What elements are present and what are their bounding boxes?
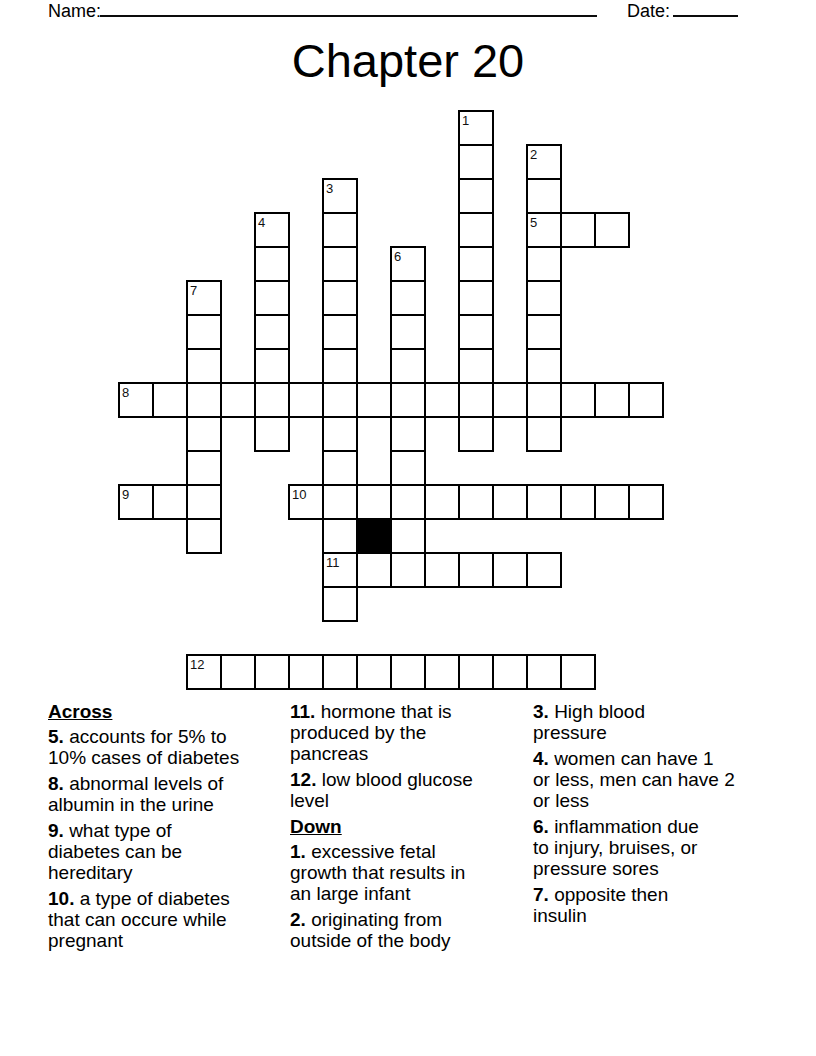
grid-cell[interactable] [322,484,358,520]
grid-cell[interactable] [322,450,358,486]
grid-cell[interactable] [526,416,562,452]
clue-number: 11. [290,701,315,722]
grid-cell[interactable] [220,654,256,690]
grid-cell[interactable] [594,484,630,520]
grid-cell[interactable] [424,382,460,418]
grid-cell[interactable] [390,654,426,690]
grid-cell[interactable] [526,348,562,384]
grid-cell[interactable] [322,416,358,452]
clue-number: 8. [48,773,64,794]
grid-cell[interactable] [186,450,222,486]
grid-cell[interactable] [458,246,494,282]
crossword-grid: 123456789101112 [118,110,664,690]
grid-cell[interactable] [322,382,358,418]
grid-cell[interactable] [560,382,596,418]
grid-cell[interactable] [254,280,290,316]
grid-cell[interactable] [390,416,426,452]
grid-cell[interactable] [458,348,494,384]
grid-cell[interactable] [492,382,528,418]
grid-cell[interactable] [288,654,324,690]
clue-number: 10. [48,888,74,909]
grid-cell[interactable] [186,416,222,452]
clue-item: 1. excessive fetal growth that results i… [290,841,518,904]
grid-cell[interactable] [356,382,392,418]
grid-cell[interactable] [322,586,358,622]
grid-cell[interactable] [118,484,154,520]
grid-cell[interactable] [254,416,290,452]
grid-cell[interactable] [628,382,664,418]
clue-number: 4. [533,748,549,769]
grid-cell[interactable] [594,212,630,248]
name-label: Name: [48,1,101,22]
grid-cell[interactable] [526,212,562,248]
clue-item: 9. what type of diabetes can be heredita… [48,820,270,883]
clue-item: 5. accounts for 5% to 10% cases of diabe… [48,726,270,768]
grid-cell[interactable] [390,518,426,554]
grid-cell[interactable] [458,314,494,350]
clue-number: 3. [533,701,549,722]
clue-list-heading: Across [48,701,270,722]
grid-cell[interactable] [118,382,154,418]
grid-cell[interactable] [220,382,256,418]
grid-cell[interactable] [594,382,630,418]
grid-cell[interactable] [458,552,494,588]
grid-cell[interactable] [186,382,222,418]
grid-cell[interactable] [254,382,290,418]
grid-cell[interactable] [526,314,562,350]
clue-number: 5. [48,726,64,747]
grid-cell[interactable] [186,654,222,690]
name-field-line[interactable] [100,15,597,17]
grid-cell[interactable] [390,246,426,282]
grid-cell[interactable] [254,314,290,350]
grid-cell[interactable] [186,348,222,384]
grid-cell[interactable] [322,314,358,350]
grid-cell[interactable] [322,348,358,384]
page-title: Chapter 20 [0,33,816,88]
grid-cell[interactable] [322,552,358,588]
grid-cell[interactable] [322,212,358,248]
grid-cell[interactable] [424,654,460,690]
grid-cell[interactable] [526,144,562,180]
grid-cell[interactable] [560,484,596,520]
grid-cell[interactable] [288,382,324,418]
grid-cell[interactable] [254,654,290,690]
date-field-line[interactable] [673,15,738,17]
grid-cell[interactable] [356,552,392,588]
grid-cell[interactable] [390,484,426,520]
grid-cell[interactable] [390,552,426,588]
grid-cell[interactable] [526,654,562,690]
grid-cell[interactable] [526,178,562,214]
clue-item: 6. inflammation due to injury, bruises, … [533,816,771,879]
grid-cell[interactable] [458,416,494,452]
grid-cell[interactable] [322,518,358,554]
grid-cell[interactable] [356,484,392,520]
grid-cell[interactable] [390,348,426,384]
grid-cell[interactable] [322,246,358,282]
grid-cell[interactable] [458,212,494,248]
clue-number: 1. [290,841,306,862]
clue-column-2: 11. hormone that is produced by the panc… [290,701,518,956]
grid-cell[interactable] [458,484,494,520]
black-cell [356,518,392,554]
grid-cell[interactable] [492,552,528,588]
clue-item: 8. abnormal levels of albumin in the uri… [48,773,270,815]
clue-number: 6. [533,816,549,837]
clue-item: 7. opposite then insulin [533,884,771,926]
grid-cell[interactable] [390,450,426,486]
grid-cell[interactable] [322,654,358,690]
clue-item: 10. a type of diabetes that can occure w… [48,888,270,951]
grid-cell[interactable] [526,382,562,418]
grid-cell[interactable] [458,144,494,180]
clue-number: 9. [48,820,64,841]
grid-cell[interactable] [356,654,392,690]
grid-cell[interactable] [254,212,290,248]
clue-number: 12. [290,769,316,790]
grid-cell[interactable] [390,382,426,418]
grid-cell[interactable] [152,382,188,418]
grid-cell[interactable] [186,518,222,554]
clue-item: 4. women can have 1 or less, men can hav… [533,748,771,811]
clue-list-heading: Down [290,816,518,837]
clue-number: 7. [533,884,549,905]
grid-cell[interactable] [186,314,222,350]
grid-cell[interactable] [390,314,426,350]
grid-cell[interactable] [526,280,562,316]
date-label: Date: [627,1,670,22]
grid-cell[interactable] [526,484,562,520]
grid-cell[interactable] [254,246,290,282]
grid-cell[interactable] [254,348,290,384]
clue-item: 3. High blood pressure [533,701,771,743]
clue-column-3: 3. High blood pressure4. women can have … [533,701,771,931]
grid-cell[interactable] [628,484,664,520]
grid-cell[interactable] [458,178,494,214]
clue-item: 11. hormone that is produced by the panc… [290,701,518,764]
grid-cell[interactable] [492,654,528,690]
clue-item: 12. low blood glucose level [290,769,518,811]
clue-number: 2. [290,909,306,930]
clue-column-1: Across5. accounts for 5% to 10% cases of… [48,701,270,956]
grid-cell[interactable] [424,552,460,588]
grid-cell[interactable] [390,280,426,316]
grid-cell[interactable] [186,280,222,316]
grid-cell[interactable] [526,246,562,282]
grid-cell[interactable] [458,382,494,418]
grid-cell[interactable] [560,212,596,248]
clue-item: 2. originating from outside of the body [290,909,518,951]
grid-cell[interactable] [424,484,460,520]
grid-cell[interactable] [560,654,596,690]
grid-cell[interactable] [288,484,324,520]
grid-cell[interactable] [458,280,494,316]
grid-cell[interactable] [458,110,494,146]
grid-cell[interactable] [322,178,358,214]
grid-cell[interactable] [458,654,494,690]
grid-cell[interactable] [322,280,358,316]
grid-cell[interactable] [526,552,562,588]
grid-cell[interactable] [186,484,222,520]
grid-cell[interactable] [492,484,528,520]
grid-cell[interactable] [152,484,188,520]
